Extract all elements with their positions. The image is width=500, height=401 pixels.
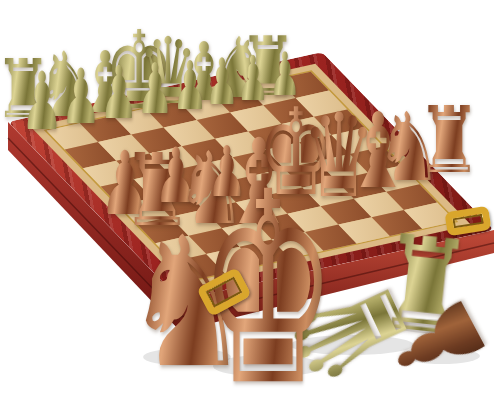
chess-piece-brass-pawn: ♟ xyxy=(136,54,174,124)
product-photo: ♜♞♝♚♛♝♞♜♟♟♟♟♟♟♟♟♟♜♟♞♟♝♚♛♝♞♜♜♛♟♞♚ xyxy=(0,0,500,401)
chess-piece-brass-pawn: ♟ xyxy=(172,53,208,120)
chess-piece-brass-pawn: ♟ xyxy=(99,56,138,129)
chess-piece-brass-pawn: ♟ xyxy=(205,50,239,114)
chess-piece-brass-pawn: ♟ xyxy=(61,59,102,135)
pieces-layer: ♜♞♝♚♛♝♞♜♟♟♟♟♟♟♟♟♟♜♟♞♟♝♚♛♝♞♜♜♛♟♞♚ xyxy=(0,0,500,401)
chess-piece-brass-pawn: ♟ xyxy=(20,62,63,142)
chess-piece-copper-rook: ♜ xyxy=(416,95,482,187)
